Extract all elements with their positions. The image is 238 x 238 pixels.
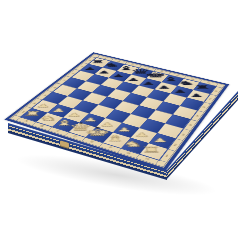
piece-dark-p: ♟: [189, 93, 204, 97]
piece-dark-n: ♞: [103, 63, 120, 68]
piece-light-r: ♜: [140, 146, 162, 154]
piece-light-n: ♞: [122, 140, 144, 148]
piece-dark-p: ♟: [127, 78, 141, 82]
piece-dark-r: ♜: [90, 59, 107, 64]
piece-light-p: ♟: [99, 122, 115, 127]
square-e4: [114, 101, 139, 114]
piece-dark-p: ♟: [157, 85, 171, 89]
piece-dark-r: ♜: [193, 84, 213, 89]
board-perspective-wrapper: ABCDEFGH8♜♞♝♛♚♝♞♜87♟♟♟♟♟♟♟♟7665544332♟♟♟…: [0, 0, 238, 238]
product-photo-canvas: { "scene": { "background": "#ffffff" }, …: [0, 0, 238, 238]
border-corner: [156, 160, 167, 167]
piece-light-p: ♟: [116, 127, 132, 132]
piece-dark-p: ♟: [112, 74, 125, 78]
piece-light-p: ♟: [83, 117, 99, 122]
piece-light-p: ♟: [152, 137, 169, 143]
piece-dark-n: ♞: [177, 81, 196, 86]
piece-dark-p: ♟: [142, 81, 156, 85]
piece-dark-p: ♟: [97, 70, 110, 74]
piece-light-p: ♟: [51, 108, 67, 113]
piece-dark-p: ♟: [173, 89, 188, 93]
piece-light-p: ♟: [35, 103, 51, 108]
piece-light-p: ♟: [66, 112, 82, 117]
chess-board: ABCDEFGH8♜♞♝♛♚♝♞♜87♟♟♟♟♟♟♟♟7665544332♟♟♟…: [4, 52, 229, 171]
piece-dark-p: ♟: [83, 67, 96, 71]
piece-light-p: ♟: [134, 132, 150, 138]
